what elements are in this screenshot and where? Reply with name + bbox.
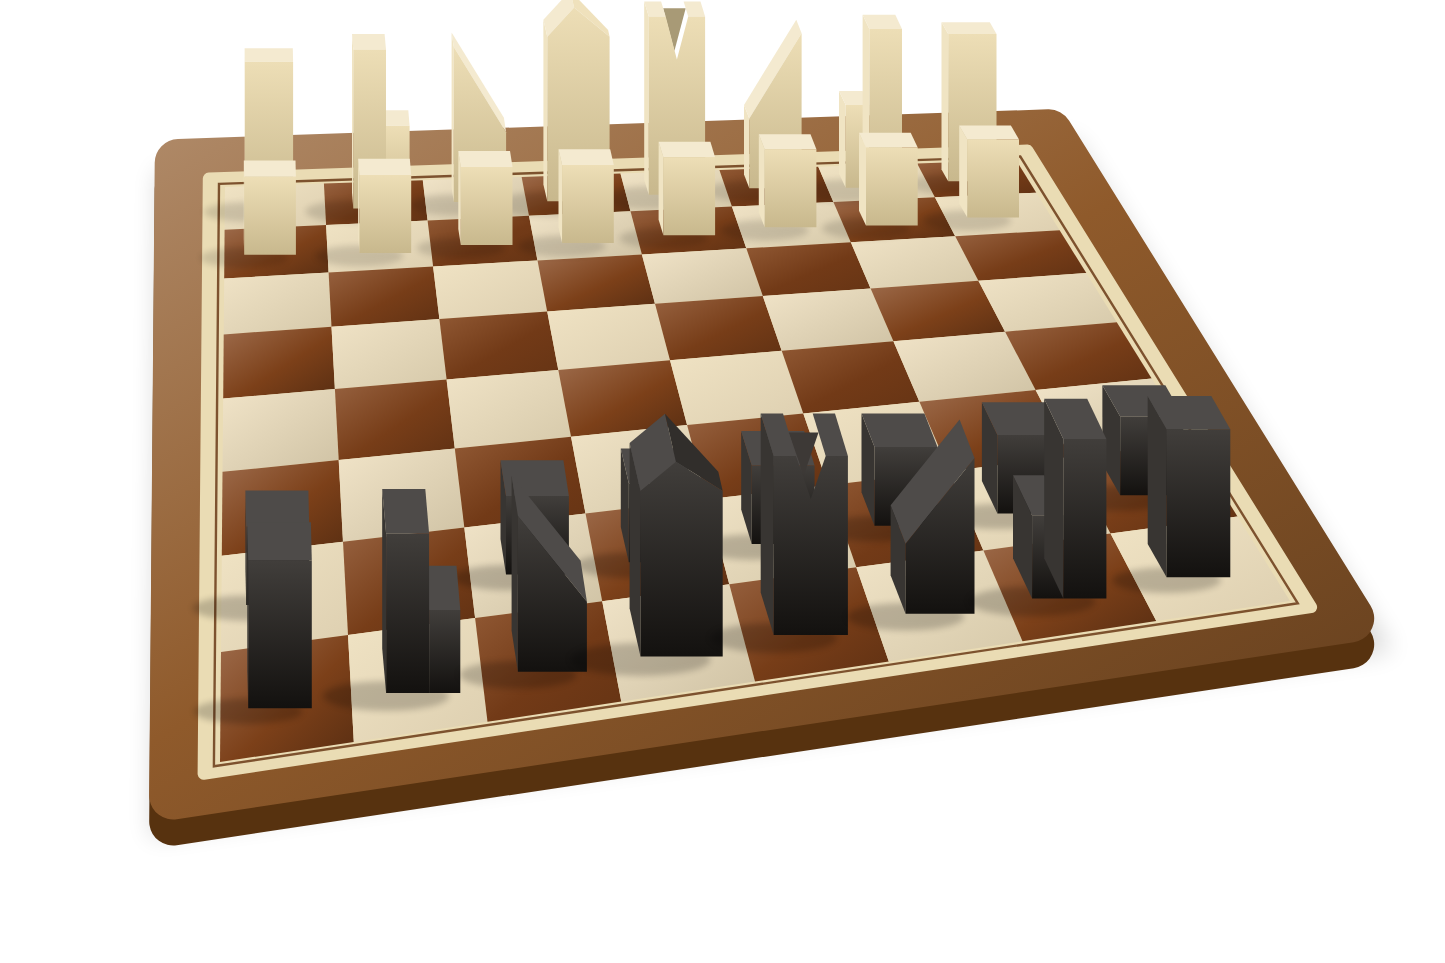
pawn-top (244, 161, 296, 177)
rook-top (942, 22, 997, 34)
pawn-front (765, 149, 817, 227)
rook-front (248, 560, 312, 708)
square-g4 (332, 319, 447, 389)
knight-body-top (863, 15, 902, 29)
pawn-top (959, 126, 1019, 140)
pawn-front (360, 175, 412, 253)
king-front (641, 462, 723, 657)
pawn-side (559, 149, 563, 243)
pawn-front (663, 157, 715, 235)
pawn-top (559, 149, 614, 165)
pawn-front (244, 177, 296, 255)
square-c4 (763, 288, 894, 350)
square-d3 (642, 248, 763, 303)
square-e3 (538, 254, 656, 311)
chess-board-scene (0, 0, 1445, 963)
pawn-front (562, 165, 614, 243)
pawn-top (358, 159, 411, 175)
square-f3 (433, 260, 547, 319)
queen-side (644, 2, 649, 195)
pawn-top (862, 414, 938, 448)
pawn-top (458, 151, 512, 167)
rook-side (942, 22, 949, 181)
square-g3 (329, 266, 440, 326)
pawn-side (759, 134, 765, 227)
knight-step-top (425, 566, 460, 610)
king-side (543, 20, 547, 202)
pawn-top (245, 490, 309, 526)
rook-front (1167, 429, 1231, 577)
pawn-front (461, 167, 513, 245)
pawn-side (959, 126, 967, 218)
pawn-side (659, 142, 664, 236)
pawn-front (866, 147, 918, 225)
square-h4 (223, 327, 335, 399)
pawn-front (967, 140, 1019, 218)
pawn-top (759, 134, 817, 149)
knight-step-front (429, 610, 460, 693)
knight-body-top (382, 489, 429, 533)
pawn-top (501, 460, 569, 496)
pawn-top (659, 142, 716, 158)
knight-body-side (352, 34, 353, 209)
knight-body-front (386, 533, 429, 693)
knight-body-front (1063, 439, 1106, 599)
knight-step-side (839, 91, 846, 188)
pawn-side (859, 133, 866, 226)
knight-body-top (352, 34, 386, 50)
square-f5 (447, 370, 571, 449)
square-h3 (224, 273, 332, 335)
square-d5 (670, 351, 803, 425)
pawn-side (458, 151, 461, 245)
square-c3 (746, 242, 870, 296)
bishop-side (452, 33, 454, 202)
queen-prong-right-top (684, 2, 706, 17)
bishop-side (744, 105, 749, 188)
knight-step-top (385, 110, 410, 126)
rook-top (245, 48, 294, 62)
pawn-side (358, 159, 359, 253)
square-g5 (335, 379, 455, 460)
pawn-top (859, 133, 918, 148)
square-h5 (223, 389, 339, 472)
square-f4 (439, 311, 558, 379)
square-d4 (655, 296, 782, 360)
square-e4 (547, 304, 670, 370)
square-b3 (851, 236, 979, 288)
chess-set-photo (0, 0, 1445, 963)
rook-top (247, 522, 311, 560)
